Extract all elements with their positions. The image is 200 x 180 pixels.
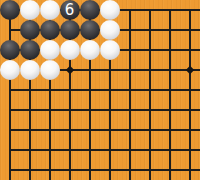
black-stone[interactable]	[0, 40, 20, 60]
white-stone[interactable]	[80, 40, 100, 60]
white-stone[interactable]	[40, 60, 60, 80]
black-stone[interactable]	[80, 20, 100, 40]
white-stone[interactable]	[40, 0, 60, 20]
move-number-label: 6	[65, 3, 75, 18]
black-stone[interactable]	[80, 0, 100, 20]
black-stone[interactable]: 6	[60, 0, 80, 20]
black-stone[interactable]	[40, 20, 60, 40]
white-stone[interactable]	[20, 0, 40, 20]
white-stone[interactable]	[100, 0, 120, 20]
white-stone[interactable]	[60, 40, 80, 60]
white-stone[interactable]	[0, 60, 20, 80]
white-stone[interactable]	[20, 60, 40, 80]
white-stone[interactable]	[40, 40, 60, 60]
black-stone[interactable]	[0, 0, 20, 20]
black-stone[interactable]	[60, 20, 80, 40]
white-stone[interactable]	[100, 40, 120, 60]
white-stone[interactable]	[100, 20, 120, 40]
black-stone[interactable]	[20, 20, 40, 40]
black-stone[interactable]	[20, 40, 40, 60]
go-board[interactable]: 6	[0, 0, 200, 180]
